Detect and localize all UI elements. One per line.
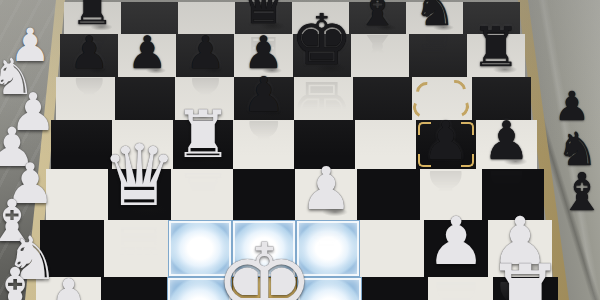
piece-white-queen-b4[interactable]: ♛ (97, 133, 182, 218)
square-d5[interactable] (233, 120, 294, 169)
square-f7[interactable] (351, 34, 409, 77)
square-f5[interactable] (355, 120, 416, 169)
piece-white-pawn-g3[interactable]: ♟ (423, 209, 489, 275)
square-f6[interactable] (353, 77, 412, 120)
piece-black-knight-g8[interactable]: ♞ (412, 0, 458, 32)
square-f2[interactable] (362, 277, 427, 300)
piece-black-pawn-a7[interactable]: ♟ (67, 30, 112, 75)
square-f3[interactable] (360, 220, 424, 277)
square-g7[interactable] (409, 34, 467, 77)
square-b6[interactable] (115, 77, 174, 120)
piece-black-pawn-b7[interactable]: ♟ (125, 30, 170, 75)
square-d4[interactable] (233, 169, 295, 220)
piece-black-bishop-f8[interactable]: ♝ (355, 0, 401, 32)
piece-black-pawn-c7[interactable]: ♟ (183, 30, 228, 75)
piece-black-pawn-g5[interactable]: ♟ (419, 114, 472, 167)
chess-app-scene: ♜♜♛♛♝♝♞♞♟♟♟♟♟♟♟♟♚♚♜♜♟♟♟♟♟♟♛♛♜♜♟♟♟♟♟♟♟♟♚♚… (0, 0, 600, 300)
piece-black-pawn-d6[interactable]: ♟ (240, 70, 288, 118)
piece-black-pawn-h5[interactable]: ♟ (480, 114, 533, 167)
piece-white-rook-h2[interactable]: ♜ (480, 253, 570, 300)
square-b3[interactable] (104, 220, 168, 277)
square-b2[interactable] (101, 277, 166, 300)
square-e6[interactable] (294, 77, 353, 120)
piece-black-rook-h7[interactable]: ♜ (468, 20, 523, 75)
piece-black-king-e7[interactable]: ♚ (287, 5, 357, 75)
piece-white-pawn-a2[interactable]: ♟ (32, 269, 106, 300)
square-f4[interactable] (357, 169, 419, 220)
piece-white-king-d2[interactable]: ♚ (207, 229, 321, 300)
square-a6[interactable] (56, 77, 115, 120)
piece-white-pawn-e4[interactable]: ♟ (297, 159, 356, 218)
